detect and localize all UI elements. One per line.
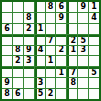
cell-r2c9: 4 [89,13,99,23]
cell-r1c4[interactable] [35,2,45,12]
cell-r7c6: 1 [56,67,66,77]
cell-r3c3: 2 [24,24,34,34]
cell-r4c3[interactable] [24,35,34,45]
cell-r1c9: 1 [89,2,99,12]
cell-r8c6[interactable] [56,78,66,88]
cell-r3c9[interactable] [89,24,99,34]
cell-r5c7: 1 [67,46,77,56]
cell-r2c8[interactable] [78,13,88,23]
cell-r6c6[interactable] [56,56,66,66]
cell-r1c5: 8 [46,2,56,12]
cell-r8c4: 3 [35,78,45,88]
cell-r1c7[interactable] [67,2,77,12]
cell-r5c6: 2 [56,46,66,56]
cell-r3c2[interactable] [13,24,23,34]
cell-r7c9: 5 [89,67,99,77]
cell-r4c7: 2 [67,35,77,45]
cell-r6c4[interactable] [35,56,45,66]
cell-r2c6: 9 [56,13,66,23]
cell-r1c6: 6 [56,2,66,12]
cell-r7c5[interactable] [46,67,56,77]
cell-r4c6[interactable] [56,35,66,45]
cell-r5c9[interactable] [89,46,99,56]
cell-r6c8[interactable] [78,56,88,66]
cell-r7c8[interactable] [78,67,88,77]
cell-r6c7[interactable] [67,56,77,66]
cell-r5c4: 4 [35,46,45,56]
cell-r9c4: 5 [35,89,45,99]
cell-r5c2: 8 [13,46,23,56]
cell-r4c1[interactable] [2,35,12,45]
cell-r2c1[interactable] [2,13,12,23]
cell-r9c1: 8 [2,89,12,99]
cell-r7c2[interactable] [13,67,23,77]
cell-r7c7: 7 [67,67,77,77]
cell-r6c2: 2 [13,56,23,66]
cell-r1c2[interactable] [13,2,23,12]
cell-r8c7: 8 [67,78,77,88]
cell-r5c8: 3 [78,46,88,56]
cell-r3c8[interactable] [78,24,88,34]
cell-r8c8[interactable] [78,78,88,88]
cell-r8c2[interactable] [13,78,23,88]
cell-r9c2: 6 [13,89,23,99]
sudoku-board: 86918946217258942132311759388652 [0,0,101,101]
cell-r4c4[interactable] [35,35,45,45]
cell-r5c1[interactable] [2,46,12,56]
cell-r6c5: 1 [46,56,56,66]
cell-r4c2[interactable] [13,35,23,45]
cell-r7c3[interactable] [24,67,34,77]
cell-r6c1[interactable] [2,56,12,66]
cell-r7c1[interactable] [2,67,12,77]
cell-r2c2[interactable] [13,13,23,23]
cell-r3c5[interactable] [46,24,56,34]
cell-r5c5[interactable] [46,46,56,56]
cell-r7c4[interactable] [35,67,45,77]
cell-r5c3: 9 [24,46,34,56]
cell-r9c6[interactable] [56,89,66,99]
cell-r9c7[interactable] [67,89,77,99]
cell-r6c9[interactable] [89,56,99,66]
cell-r9c8[interactable] [78,89,88,99]
cell-r2c3: 8 [24,13,34,23]
cell-r8c5[interactable] [46,78,56,88]
cell-r3c4: 1 [35,24,45,34]
cell-r2c5[interactable] [46,13,56,23]
cell-r2c4[interactable] [35,13,45,23]
cell-r8c9[interactable] [89,78,99,88]
cell-r3c6[interactable] [56,24,66,34]
cell-r1c1[interactable] [2,2,12,12]
cell-r8c1: 9 [2,78,12,88]
cell-r2c7[interactable] [67,13,77,23]
cell-r4c5: 7 [46,35,56,45]
cell-r4c9[interactable] [89,35,99,45]
cell-r9c3[interactable] [24,89,34,99]
cell-r3c1: 6 [2,24,12,34]
cell-r9c9[interactable] [89,89,99,99]
cell-r4c8: 5 [78,35,88,45]
cell-r1c3[interactable] [24,2,34,12]
cell-r8c3[interactable] [24,78,34,88]
cell-r3c7[interactable] [67,24,77,34]
cell-r6c3: 3 [24,56,34,66]
cell-r9c5: 2 [46,89,56,99]
cell-r1c8: 9 [78,2,88,12]
